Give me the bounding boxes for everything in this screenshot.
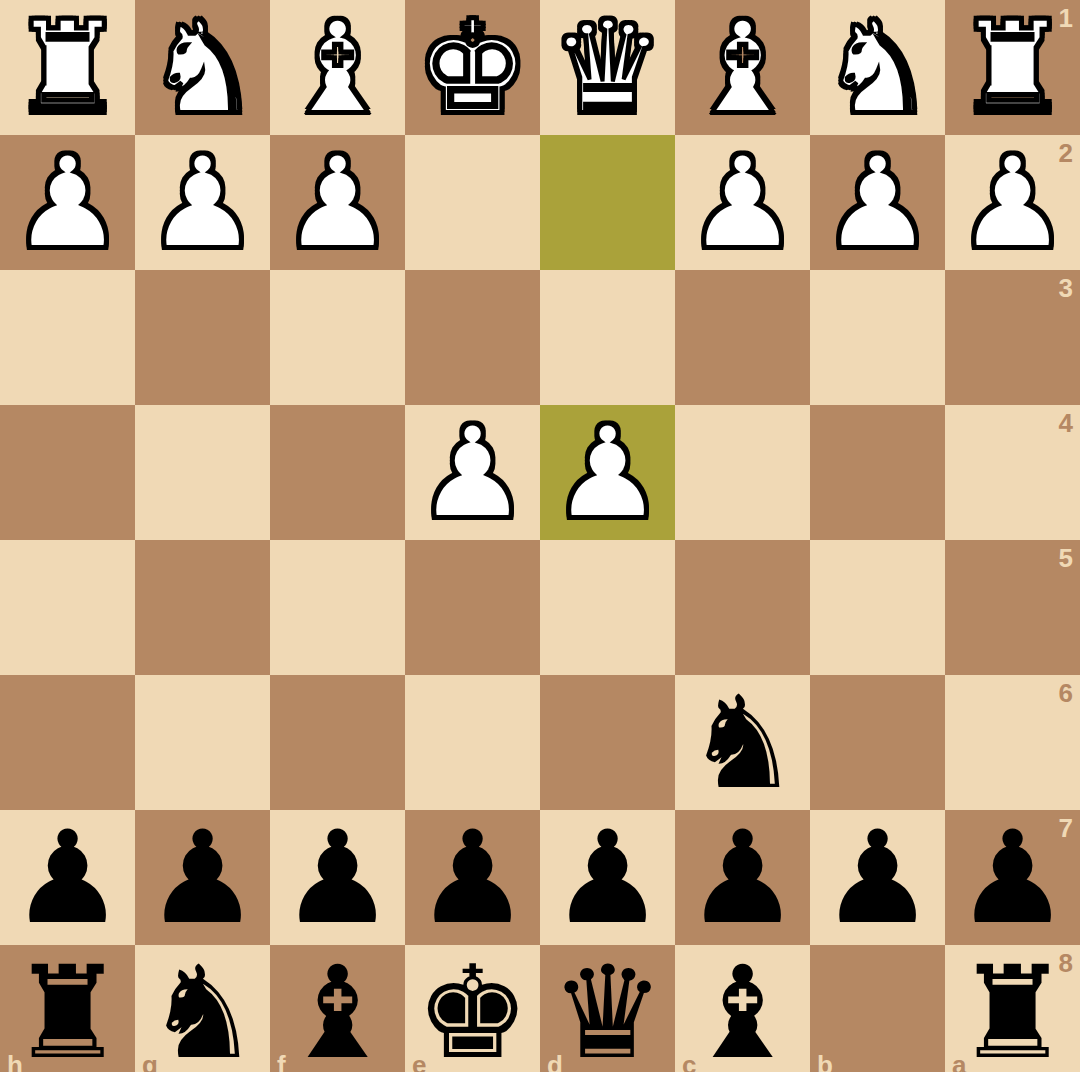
piece-white-pawn[interactable]: ♟	[685, 135, 800, 270]
file-label-e: e	[412, 1052, 426, 1072]
square-b4[interactable]	[810, 405, 945, 540]
piece-black-pawn[interactable]: ♟	[820, 810, 935, 945]
square-a1[interactable]: ♜1	[945, 0, 1080, 135]
square-h8[interactable]: ♜h	[0, 945, 135, 1072]
chess-board: ♜♞♝♚♛♝♞♜1♟♟♟♟♟♟23♟♟45♞6♟♟♟♟♟♟♟♟7♜h♞g♝f♚e…	[0, 0, 1080, 1072]
file-label-g: g	[142, 1052, 158, 1072]
piece-white-knight[interactable]: ♞	[145, 0, 260, 135]
square-h2[interactable]: ♟	[0, 135, 135, 270]
rank-label-4: 4	[1059, 410, 1073, 436]
piece-white-knight[interactable]: ♞	[820, 0, 935, 135]
square-e4[interactable]: ♟	[405, 405, 540, 540]
piece-white-bishop[interactable]: ♝	[280, 0, 395, 135]
piece-white-pawn[interactable]: ♟	[145, 135, 260, 270]
square-a6[interactable]: 6	[945, 675, 1080, 810]
piece-white-rook[interactable]: ♜	[955, 0, 1070, 135]
square-b1[interactable]: ♞	[810, 0, 945, 135]
square-a2[interactable]: ♟2	[945, 135, 1080, 270]
square-g8[interactable]: ♞g	[135, 945, 270, 1072]
square-d4[interactable]: ♟	[540, 405, 675, 540]
square-g5[interactable]	[135, 540, 270, 675]
piece-black-pawn[interactable]: ♟	[145, 810, 260, 945]
square-g1[interactable]: ♞	[135, 0, 270, 135]
piece-white-pawn[interactable]: ♟	[550, 405, 665, 540]
square-g7[interactable]: ♟	[135, 810, 270, 945]
piece-white-pawn[interactable]: ♟	[280, 135, 395, 270]
square-c1[interactable]: ♝	[675, 0, 810, 135]
square-d7[interactable]: ♟	[540, 810, 675, 945]
square-c4[interactable]	[675, 405, 810, 540]
square-g3[interactable]	[135, 270, 270, 405]
rank-label-6: 6	[1059, 680, 1073, 706]
square-h5[interactable]	[0, 540, 135, 675]
square-f6[interactable]	[270, 675, 405, 810]
square-d8[interactable]: ♛d	[540, 945, 675, 1072]
square-b7[interactable]: ♟	[810, 810, 945, 945]
square-d2[interactable]	[540, 135, 675, 270]
square-d1[interactable]: ♛	[540, 0, 675, 135]
square-a3[interactable]: 3	[945, 270, 1080, 405]
piece-black-rook[interactable]: ♜	[955, 945, 1070, 1072]
piece-black-king[interactable]: ♚	[415, 945, 530, 1072]
square-f7[interactable]: ♟	[270, 810, 405, 945]
square-e5[interactable]	[405, 540, 540, 675]
square-h3[interactable]	[0, 270, 135, 405]
square-d3[interactable]	[540, 270, 675, 405]
piece-white-pawn[interactable]: ♟	[10, 135, 125, 270]
piece-white-rook[interactable]: ♜	[10, 0, 125, 135]
file-label-a: a	[952, 1052, 966, 1072]
square-f8[interactable]: ♝f	[270, 945, 405, 1072]
rank-label-8: 8	[1059, 950, 1073, 976]
square-h1[interactable]: ♜	[0, 0, 135, 135]
square-e3[interactable]	[405, 270, 540, 405]
square-e7[interactable]: ♟	[405, 810, 540, 945]
square-e6[interactable]	[405, 675, 540, 810]
rank-label-5: 5	[1059, 545, 1073, 571]
square-f5[interactable]	[270, 540, 405, 675]
square-e2[interactable]	[405, 135, 540, 270]
piece-white-queen[interactable]: ♛	[550, 0, 665, 135]
square-g6[interactable]	[135, 675, 270, 810]
square-d6[interactable]	[540, 675, 675, 810]
square-a5[interactable]: 5	[945, 540, 1080, 675]
square-c6[interactable]: ♞	[675, 675, 810, 810]
square-h4[interactable]	[0, 405, 135, 540]
piece-black-pawn[interactable]: ♟	[685, 810, 800, 945]
square-c2[interactable]: ♟	[675, 135, 810, 270]
piece-black-bishop[interactable]: ♝	[685, 945, 800, 1072]
square-b8[interactable]: b	[810, 945, 945, 1072]
piece-black-queen[interactable]: ♛	[550, 945, 665, 1072]
square-c3[interactable]	[675, 270, 810, 405]
piece-black-pawn[interactable]: ♟	[10, 810, 125, 945]
square-e1[interactable]: ♚	[405, 0, 540, 135]
square-c7[interactable]: ♟	[675, 810, 810, 945]
square-e8[interactable]: ♚e	[405, 945, 540, 1072]
square-f2[interactable]: ♟	[270, 135, 405, 270]
square-f1[interactable]: ♝	[270, 0, 405, 135]
piece-black-knight[interactable]: ♞	[685, 675, 800, 810]
square-f3[interactable]	[270, 270, 405, 405]
square-g2[interactable]: ♟	[135, 135, 270, 270]
piece-black-pawn[interactable]: ♟	[955, 810, 1070, 945]
square-b2[interactable]: ♟	[810, 135, 945, 270]
piece-white-king[interactable]: ♚	[415, 0, 530, 135]
piece-black-pawn[interactable]: ♟	[280, 810, 395, 945]
square-b6[interactable]	[810, 675, 945, 810]
square-f4[interactable]	[270, 405, 405, 540]
square-b5[interactable]	[810, 540, 945, 675]
piece-black-pawn[interactable]: ♟	[415, 810, 530, 945]
square-h6[interactable]	[0, 675, 135, 810]
square-a4[interactable]: 4	[945, 405, 1080, 540]
square-a7[interactable]: ♟7	[945, 810, 1080, 945]
file-label-f: f	[277, 1052, 286, 1072]
rank-label-7: 7	[1059, 815, 1073, 841]
square-c5[interactable]	[675, 540, 810, 675]
square-a8[interactable]: ♜8a	[945, 945, 1080, 1072]
piece-black-bishop[interactable]: ♝	[280, 945, 395, 1072]
rank-label-1: 1	[1059, 5, 1073, 31]
piece-white-pawn[interactable]: ♟	[820, 135, 935, 270]
piece-white-pawn[interactable]: ♟	[955, 135, 1070, 270]
piece-black-pawn[interactable]: ♟	[550, 810, 665, 945]
square-h7[interactable]: ♟	[0, 810, 135, 945]
file-label-c: c	[682, 1052, 696, 1072]
file-label-b: b	[817, 1052, 833, 1072]
square-c8[interactable]: ♝c	[675, 945, 810, 1072]
piece-black-rook[interactable]: ♜	[10, 945, 125, 1072]
rank-label-3: 3	[1059, 275, 1073, 301]
file-label-d: d	[547, 1052, 563, 1072]
square-d5[interactable]	[540, 540, 675, 675]
file-label-h: h	[7, 1052, 23, 1072]
piece-white-pawn[interactable]: ♟	[415, 405, 530, 540]
square-b3[interactable]	[810, 270, 945, 405]
rank-label-2: 2	[1059, 140, 1073, 166]
square-g4[interactable]	[135, 405, 270, 540]
piece-black-knight[interactable]: ♞	[145, 945, 260, 1072]
piece-white-bishop[interactable]: ♝	[685, 0, 800, 135]
